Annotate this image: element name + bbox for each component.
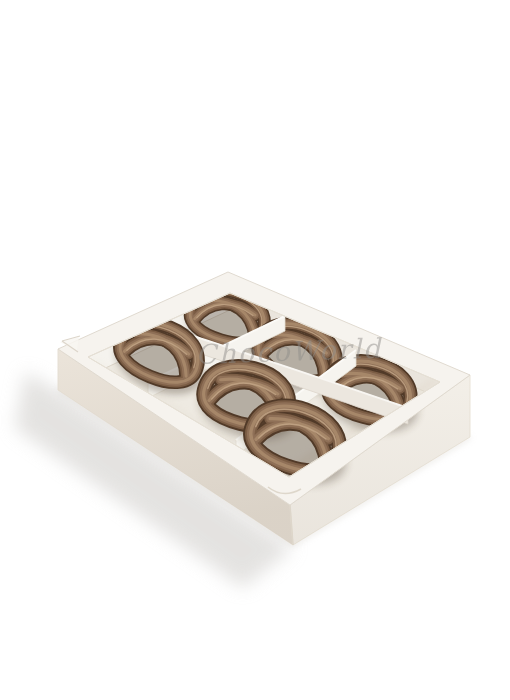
product-photo: ChocoWorld — [0, 0, 510, 700]
watermark-text: ChocoWorld — [195, 332, 383, 370]
photo-canvas: ChocoWorld — [0, 0, 510, 700]
